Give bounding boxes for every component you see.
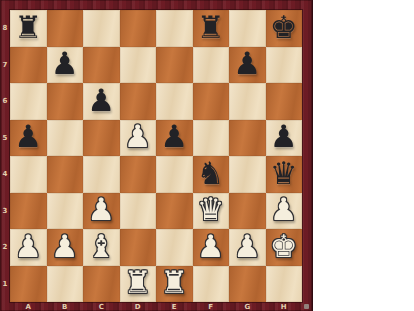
square-g4[interactable] (229, 156, 266, 193)
square-h7[interactable] (266, 47, 303, 84)
piece-black-pawn-a5[interactable]: ♟ (14, 121, 42, 154)
piece-black-pawn-b7[interactable]: ♟ (51, 48, 79, 81)
square-f6[interactable] (193, 83, 230, 120)
piece-white-pawn-g2[interactable]: ♟ (233, 231, 261, 264)
square-e2[interactable] (156, 229, 193, 266)
rank-label-3: 3 (0, 193, 10, 230)
square-g1[interactable] (229, 266, 266, 303)
piece-white-pawn-f2[interactable]: ♟ (197, 231, 225, 264)
square-c6[interactable]: ♟ (83, 83, 120, 120)
piece-black-pawn-c6[interactable]: ♟ (87, 85, 115, 118)
square-d5[interactable]: ♟ (120, 120, 157, 157)
square-b5[interactable] (47, 120, 84, 157)
square-e7[interactable] (156, 47, 193, 84)
piece-white-queen-f3[interactable]: ♛ (197, 194, 225, 227)
square-f8[interactable]: ♜ (193, 10, 230, 47)
square-c3[interactable]: ♟ (83, 193, 120, 230)
square-c4[interactable] (83, 156, 120, 193)
piece-black-rook-a8[interactable]: ♜ (14, 12, 42, 45)
square-a1[interactable] (10, 266, 47, 303)
piece-black-pawn-g7[interactable]: ♟ (233, 48, 261, 81)
square-d4[interactable] (120, 156, 157, 193)
square-b3[interactable] (47, 193, 84, 230)
square-a2[interactable]: ♟ (10, 229, 47, 266)
piece-black-king-h8[interactable]: ♚ (270, 12, 298, 45)
square-e5[interactable]: ♟ (156, 120, 193, 157)
piece-black-rook-f8[interactable]: ♜ (197, 12, 225, 45)
square-d8[interactable] (120, 10, 157, 47)
file-label-e: E (156, 302, 193, 311)
square-b8[interactable] (47, 10, 84, 47)
square-g3[interactable] (229, 193, 266, 230)
rank-label-8: 8 (0, 10, 10, 47)
piece-black-knight-f4[interactable]: ♞ (197, 158, 225, 191)
square-f3[interactable]: ♛ (193, 193, 230, 230)
file-labels: ABCDEFGH (10, 302, 302, 311)
square-h2[interactable]: ♚ (266, 229, 303, 266)
square-g2[interactable]: ♟ (229, 229, 266, 266)
square-f2[interactable]: ♟ (193, 229, 230, 266)
square-b2[interactable]: ♟ (47, 229, 84, 266)
square-d2[interactable] (120, 229, 157, 266)
file-label-b: B (47, 302, 84, 311)
square-e3[interactable] (156, 193, 193, 230)
rank-label-2: 2 (0, 229, 10, 266)
square-d3[interactable] (120, 193, 157, 230)
square-a3[interactable] (10, 193, 47, 230)
file-label-f: F (193, 302, 230, 311)
chess-board: ♜♜♚♟♟♟♟♟♟♟♞♛♟♛♟♟♟♝♟♟♚♜♜ (10, 10, 302, 302)
file-label-c: C (83, 302, 120, 311)
rank-label-5: 5 (0, 120, 10, 157)
square-g8[interactable] (229, 10, 266, 47)
square-c8[interactable] (83, 10, 120, 47)
square-e8[interactable] (156, 10, 193, 47)
square-b6[interactable] (47, 83, 84, 120)
square-e4[interactable] (156, 156, 193, 193)
square-b1[interactable] (47, 266, 84, 303)
file-label-h: H (266, 302, 303, 311)
square-c5[interactable] (83, 120, 120, 157)
square-c7[interactable] (83, 47, 120, 84)
square-h1[interactable] (266, 266, 303, 303)
square-f4[interactable]: ♞ (193, 156, 230, 193)
square-f5[interactable] (193, 120, 230, 157)
piece-white-pawn-h3[interactable]: ♟ (270, 194, 298, 227)
square-g6[interactable] (229, 83, 266, 120)
square-c2[interactable]: ♝ (83, 229, 120, 266)
rank-label-6: 6 (0, 83, 10, 120)
piece-black-pawn-h5[interactable]: ♟ (270, 121, 298, 154)
board-frame: ♜♜♚♟♟♟♟♟♟♟♞♛♟♛♟♟♟♝♟♟♚♜♜ 87654321 ABCDEFG… (0, 0, 313, 311)
piece-white-pawn-a2[interactable]: ♟ (14, 231, 42, 264)
rank-label-7: 7 (0, 47, 10, 84)
corner-dot (304, 304, 309, 309)
square-h5[interactable]: ♟ (266, 120, 303, 157)
rank-label-1: 1 (0, 266, 10, 303)
piece-white-king-h2[interactable]: ♚ (270, 231, 298, 264)
piece-white-rook-d1[interactable]: ♜ (124, 267, 152, 300)
piece-white-pawn-b2[interactable]: ♟ (51, 231, 79, 264)
square-a7[interactable] (10, 47, 47, 84)
piece-white-bishop-c2[interactable]: ♝ (87, 231, 115, 264)
square-g7[interactable]: ♟ (229, 47, 266, 84)
square-d7[interactable] (120, 47, 157, 84)
square-h3[interactable]: ♟ (266, 193, 303, 230)
rank-labels: 87654321 (0, 10, 10, 302)
file-label-g: G (229, 302, 266, 311)
square-b7[interactable]: ♟ (47, 47, 84, 84)
square-c1[interactable] (83, 266, 120, 303)
square-g5[interactable] (229, 120, 266, 157)
square-a6[interactable] (10, 83, 47, 120)
piece-black-pawn-e5[interactable]: ♟ (160, 121, 188, 154)
square-f1[interactable] (193, 266, 230, 303)
square-h8[interactable]: ♚ (266, 10, 303, 47)
file-label-d: D (120, 302, 157, 311)
square-h6[interactable] (266, 83, 303, 120)
square-e1[interactable]: ♜ (156, 266, 193, 303)
file-label-a: A (10, 302, 47, 311)
square-b4[interactable] (47, 156, 84, 193)
square-a5[interactable]: ♟ (10, 120, 47, 157)
piece-white-pawn-c3[interactable]: ♟ (87, 194, 115, 227)
piece-white-rook-e1[interactable]: ♜ (160, 267, 188, 300)
piece-white-pawn-d5[interactable]: ♟ (124, 121, 152, 154)
square-f7[interactable] (193, 47, 230, 84)
square-d1[interactable]: ♜ (120, 266, 157, 303)
square-a8[interactable]: ♜ (10, 10, 47, 47)
rank-label-4: 4 (0, 156, 10, 193)
square-e6[interactable] (156, 83, 193, 120)
piece-black-queen-h4[interactable]: ♛ (270, 158, 298, 191)
square-h4[interactable]: ♛ (266, 156, 303, 193)
square-d6[interactable] (120, 83, 157, 120)
square-a4[interactable] (10, 156, 47, 193)
